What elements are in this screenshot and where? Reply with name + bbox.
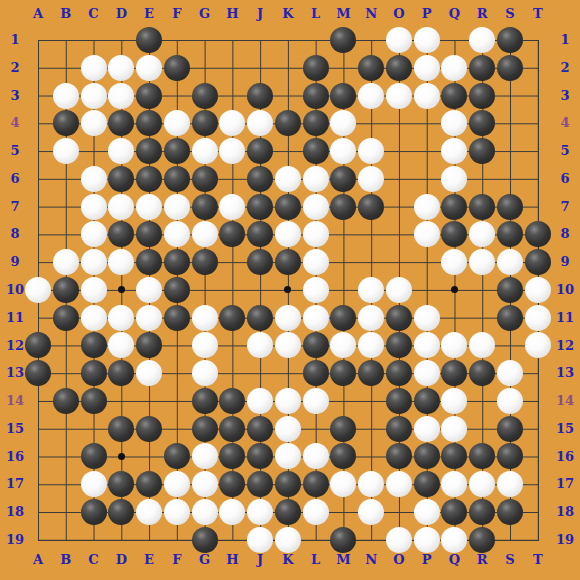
intersection-G14[interactable] (191, 387, 219, 415)
intersection-O7[interactable] (385, 193, 413, 221)
intersection-K19[interactable] (274, 526, 302, 554)
intersection-E3[interactable] (135, 82, 163, 110)
intersection-R19[interactable] (468, 526, 496, 554)
intersection-M19[interactable] (330, 526, 358, 554)
intersection-N6[interactable] (357, 165, 385, 193)
intersection-B15[interactable] (52, 415, 80, 443)
intersection-E6[interactable] (135, 165, 163, 193)
intersection-H11[interactable] (218, 304, 246, 332)
intersection-C3[interactable] (80, 82, 108, 110)
intersection-N18[interactable] (357, 498, 385, 526)
intersection-C15[interactable] (80, 415, 108, 443)
intersection-D7[interactable] (107, 193, 135, 221)
intersection-B7[interactable] (52, 193, 80, 221)
intersection-S8[interactable] (496, 220, 524, 248)
intersection-G10[interactable] (191, 276, 219, 304)
intersection-E15[interactable] (135, 415, 163, 443)
intersection-Q12[interactable] (441, 332, 469, 360)
intersection-F13[interactable] (163, 359, 191, 387)
intersection-A16[interactable] (24, 443, 52, 471)
intersection-N19[interactable] (357, 526, 385, 554)
intersection-P19[interactable] (413, 526, 441, 554)
intersection-S5[interactable] (496, 137, 524, 165)
intersection-J7[interactable] (246, 193, 274, 221)
intersection-F3[interactable] (163, 82, 191, 110)
intersection-B10[interactable] (52, 276, 80, 304)
intersection-G11[interactable] (191, 304, 219, 332)
intersection-F4[interactable] (163, 109, 191, 137)
intersection-G2[interactable] (191, 54, 219, 82)
intersection-L15[interactable] (302, 415, 330, 443)
intersection-T8[interactable] (524, 220, 552, 248)
intersection-G18[interactable] (191, 498, 219, 526)
intersection-C5[interactable] (80, 137, 108, 165)
intersection-T10[interactable] (524, 276, 552, 304)
intersection-F6[interactable] (163, 165, 191, 193)
intersection-N7[interactable] (357, 193, 385, 221)
intersection-H4[interactable] (218, 109, 246, 137)
intersection-J14[interactable] (246, 387, 274, 415)
intersection-D18[interactable] (107, 498, 135, 526)
intersection-C2[interactable] (80, 54, 108, 82)
intersection-O2[interactable] (385, 54, 413, 82)
intersection-Q2[interactable] (441, 54, 469, 82)
intersection-A18[interactable] (24, 498, 52, 526)
intersection-Q5[interactable] (441, 137, 469, 165)
intersection-S16[interactable] (496, 443, 524, 471)
intersection-D17[interactable] (107, 470, 135, 498)
intersection-Q9[interactable] (441, 248, 469, 276)
intersection-F2[interactable] (163, 54, 191, 82)
intersection-M10[interactable] (330, 276, 358, 304)
intersection-O3[interactable] (385, 82, 413, 110)
intersection-J10[interactable] (246, 276, 274, 304)
intersection-F9[interactable] (163, 248, 191, 276)
intersection-E8[interactable] (135, 220, 163, 248)
intersection-A19[interactable] (24, 526, 52, 554)
intersection-S17[interactable] (496, 470, 524, 498)
intersection-P8[interactable] (413, 220, 441, 248)
intersection-L8[interactable] (302, 220, 330, 248)
intersection-B1[interactable] (52, 26, 80, 54)
intersection-O15[interactable] (385, 415, 413, 443)
intersection-T12[interactable] (524, 332, 552, 360)
intersection-H18[interactable] (218, 498, 246, 526)
intersection-J5[interactable] (246, 137, 274, 165)
intersection-G17[interactable] (191, 470, 219, 498)
intersection-D10[interactable] (107, 276, 135, 304)
intersection-R15[interactable] (468, 415, 496, 443)
intersection-C16[interactable] (80, 443, 108, 471)
intersection-M3[interactable] (330, 82, 358, 110)
intersection-D11[interactable] (107, 304, 135, 332)
intersection-K14[interactable] (274, 387, 302, 415)
intersection-O1[interactable] (385, 26, 413, 54)
intersection-O6[interactable] (385, 165, 413, 193)
intersection-R11[interactable] (468, 304, 496, 332)
intersection-A6[interactable] (24, 165, 52, 193)
intersection-Q3[interactable] (441, 82, 469, 110)
intersection-J15[interactable] (246, 415, 274, 443)
intersection-O10[interactable] (385, 276, 413, 304)
intersection-M12[interactable] (330, 332, 358, 360)
intersection-M8[interactable] (330, 220, 358, 248)
intersection-C1[interactable] (80, 26, 108, 54)
intersection-R18[interactable] (468, 498, 496, 526)
intersection-N11[interactable] (357, 304, 385, 332)
intersection-T6[interactable] (524, 165, 552, 193)
intersection-A4[interactable] (24, 109, 52, 137)
intersection-J6[interactable] (246, 165, 274, 193)
intersection-C7[interactable] (80, 193, 108, 221)
intersection-O12[interactable] (385, 332, 413, 360)
intersection-K11[interactable] (274, 304, 302, 332)
intersection-T11[interactable] (524, 304, 552, 332)
intersection-F5[interactable] (163, 137, 191, 165)
intersection-H17[interactable] (218, 470, 246, 498)
intersection-B6[interactable] (52, 165, 80, 193)
intersection-R16[interactable] (468, 443, 496, 471)
intersection-K12[interactable] (274, 332, 302, 360)
intersection-R4[interactable] (468, 109, 496, 137)
intersection-B14[interactable] (52, 387, 80, 415)
intersection-M17[interactable] (330, 470, 358, 498)
intersection-E19[interactable] (135, 526, 163, 554)
intersection-A10[interactable] (24, 276, 52, 304)
intersection-D16[interactable] (107, 443, 135, 471)
intersection-J4[interactable] (246, 109, 274, 137)
intersection-H1[interactable] (218, 26, 246, 54)
intersection-P6[interactable] (413, 165, 441, 193)
intersection-S12[interactable] (496, 332, 524, 360)
intersection-G6[interactable] (191, 165, 219, 193)
intersection-Q18[interactable] (441, 498, 469, 526)
intersection-M9[interactable] (330, 248, 358, 276)
intersection-R10[interactable] (468, 276, 496, 304)
intersection-J3[interactable] (246, 82, 274, 110)
intersection-B8[interactable] (52, 220, 80, 248)
intersection-O17[interactable] (385, 470, 413, 498)
intersection-A3[interactable] (24, 82, 52, 110)
intersection-D2[interactable] (107, 54, 135, 82)
intersection-F19[interactable] (163, 526, 191, 554)
intersection-M4[interactable] (330, 109, 358, 137)
intersection-P17[interactable] (413, 470, 441, 498)
intersection-R2[interactable] (468, 54, 496, 82)
intersection-C8[interactable] (80, 220, 108, 248)
intersection-G3[interactable] (191, 82, 219, 110)
intersection-O11[interactable] (385, 304, 413, 332)
intersection-C4[interactable] (80, 109, 108, 137)
intersection-M16[interactable] (330, 443, 358, 471)
intersection-A14[interactable] (24, 387, 52, 415)
intersection-Q17[interactable] (441, 470, 469, 498)
intersection-N5[interactable] (357, 137, 385, 165)
intersection-N8[interactable] (357, 220, 385, 248)
intersection-R7[interactable] (468, 193, 496, 221)
intersection-D15[interactable] (107, 415, 135, 443)
intersection-A8[interactable] (24, 220, 52, 248)
intersection-L11[interactable] (302, 304, 330, 332)
intersection-E11[interactable] (135, 304, 163, 332)
intersection-T3[interactable] (524, 82, 552, 110)
intersection-E1[interactable] (135, 26, 163, 54)
intersection-D19[interactable] (107, 526, 135, 554)
intersection-L6[interactable] (302, 165, 330, 193)
intersection-O14[interactable] (385, 387, 413, 415)
intersection-F17[interactable] (163, 470, 191, 498)
intersection-D3[interactable] (107, 82, 135, 110)
intersection-E14[interactable] (135, 387, 163, 415)
intersection-C19[interactable] (80, 526, 108, 554)
intersection-M6[interactable] (330, 165, 358, 193)
intersection-O9[interactable] (385, 248, 413, 276)
intersection-T17[interactable] (524, 470, 552, 498)
intersection-H15[interactable] (218, 415, 246, 443)
intersection-J16[interactable] (246, 443, 274, 471)
intersection-K4[interactable] (274, 109, 302, 137)
intersection-D13[interactable] (107, 359, 135, 387)
intersection-K17[interactable] (274, 470, 302, 498)
intersection-D9[interactable] (107, 248, 135, 276)
intersection-F8[interactable] (163, 220, 191, 248)
intersection-G7[interactable] (191, 193, 219, 221)
intersection-S13[interactable] (496, 359, 524, 387)
intersection-B17[interactable] (52, 470, 80, 498)
intersection-E7[interactable] (135, 193, 163, 221)
intersection-K16[interactable] (274, 443, 302, 471)
intersection-T18[interactable] (524, 498, 552, 526)
intersection-E18[interactable] (135, 498, 163, 526)
intersection-A1[interactable] (24, 26, 52, 54)
intersection-P7[interactable] (413, 193, 441, 221)
intersection-D1[interactable] (107, 26, 135, 54)
intersection-L9[interactable] (302, 248, 330, 276)
intersection-A5[interactable] (24, 137, 52, 165)
intersection-H7[interactable] (218, 193, 246, 221)
intersection-E13[interactable] (135, 359, 163, 387)
intersection-A15[interactable] (24, 415, 52, 443)
intersection-F18[interactable] (163, 498, 191, 526)
intersection-G1[interactable] (191, 26, 219, 54)
intersection-S19[interactable] (496, 526, 524, 554)
intersection-P11[interactable] (413, 304, 441, 332)
intersection-Q6[interactable] (441, 165, 469, 193)
intersection-Q13[interactable] (441, 359, 469, 387)
intersection-Q4[interactable] (441, 109, 469, 137)
intersection-G19[interactable] (191, 526, 219, 554)
intersection-D6[interactable] (107, 165, 135, 193)
intersection-T15[interactable] (524, 415, 552, 443)
intersection-T4[interactable] (524, 109, 552, 137)
intersection-A12[interactable] (24, 332, 52, 360)
intersection-L3[interactable] (302, 82, 330, 110)
intersection-F16[interactable] (163, 443, 191, 471)
intersection-Q11[interactable] (441, 304, 469, 332)
intersection-L18[interactable] (302, 498, 330, 526)
intersection-J1[interactable] (246, 26, 274, 54)
intersection-G5[interactable] (191, 137, 219, 165)
intersection-K8[interactable] (274, 220, 302, 248)
intersection-R14[interactable] (468, 387, 496, 415)
intersection-A11[interactable] (24, 304, 52, 332)
intersection-D8[interactable] (107, 220, 135, 248)
intersection-S7[interactable] (496, 193, 524, 221)
intersection-F11[interactable] (163, 304, 191, 332)
intersection-L14[interactable] (302, 387, 330, 415)
intersection-G15[interactable] (191, 415, 219, 443)
intersection-B4[interactable] (52, 109, 80, 137)
intersection-L5[interactable] (302, 137, 330, 165)
intersection-F7[interactable] (163, 193, 191, 221)
intersection-N2[interactable] (357, 54, 385, 82)
intersection-H5[interactable] (218, 137, 246, 165)
intersection-E2[interactable] (135, 54, 163, 82)
intersection-D12[interactable] (107, 332, 135, 360)
intersection-B12[interactable] (52, 332, 80, 360)
intersection-N17[interactable] (357, 470, 385, 498)
intersection-P2[interactable] (413, 54, 441, 82)
intersection-C9[interactable] (80, 248, 108, 276)
intersection-S10[interactable] (496, 276, 524, 304)
intersection-M15[interactable] (330, 415, 358, 443)
intersection-G16[interactable] (191, 443, 219, 471)
intersection-B19[interactable] (52, 526, 80, 554)
intersection-F10[interactable] (163, 276, 191, 304)
intersection-K13[interactable] (274, 359, 302, 387)
intersection-B18[interactable] (52, 498, 80, 526)
intersection-Q16[interactable] (441, 443, 469, 471)
intersection-P5[interactable] (413, 137, 441, 165)
intersection-C17[interactable] (80, 470, 108, 498)
intersection-A2[interactable] (24, 54, 52, 82)
intersection-K7[interactable] (274, 193, 302, 221)
intersection-F1[interactable] (163, 26, 191, 54)
intersection-H8[interactable] (218, 220, 246, 248)
intersection-T7[interactable] (524, 193, 552, 221)
intersection-E12[interactable] (135, 332, 163, 360)
intersection-N15[interactable] (357, 415, 385, 443)
intersection-H13[interactable] (218, 359, 246, 387)
intersection-P4[interactable] (413, 109, 441, 137)
intersection-M18[interactable] (330, 498, 358, 526)
intersection-H12[interactable] (218, 332, 246, 360)
intersection-H3[interactable] (218, 82, 246, 110)
intersection-N3[interactable] (357, 82, 385, 110)
intersection-P10[interactable] (413, 276, 441, 304)
intersection-S15[interactable] (496, 415, 524, 443)
intersection-J18[interactable] (246, 498, 274, 526)
intersection-K5[interactable] (274, 137, 302, 165)
intersection-D5[interactable] (107, 137, 135, 165)
intersection-T16[interactable] (524, 443, 552, 471)
intersection-B3[interactable] (52, 82, 80, 110)
intersection-G9[interactable] (191, 248, 219, 276)
intersection-J8[interactable] (246, 220, 274, 248)
intersection-Q7[interactable] (441, 193, 469, 221)
intersection-T1[interactable] (524, 26, 552, 54)
intersection-P12[interactable] (413, 332, 441, 360)
intersection-T2[interactable] (524, 54, 552, 82)
intersection-C13[interactable] (80, 359, 108, 387)
intersection-N4[interactable] (357, 109, 385, 137)
intersection-S3[interactable] (496, 82, 524, 110)
intersection-S18[interactable] (496, 498, 524, 526)
intersection-K2[interactable] (274, 54, 302, 82)
intersection-B2[interactable] (52, 54, 80, 82)
intersection-D4[interactable] (107, 109, 135, 137)
intersection-E17[interactable] (135, 470, 163, 498)
intersection-R12[interactable] (468, 332, 496, 360)
intersection-N13[interactable] (357, 359, 385, 387)
intersection-N9[interactable] (357, 248, 385, 276)
intersection-S1[interactable] (496, 26, 524, 54)
intersection-H14[interactable] (218, 387, 246, 415)
intersection-Q10[interactable] (441, 276, 469, 304)
intersection-R17[interactable] (468, 470, 496, 498)
intersection-B13[interactable] (52, 359, 80, 387)
intersection-P15[interactable] (413, 415, 441, 443)
intersection-O16[interactable] (385, 443, 413, 471)
intersection-C10[interactable] (80, 276, 108, 304)
intersection-C6[interactable] (80, 165, 108, 193)
intersection-M7[interactable] (330, 193, 358, 221)
intersection-E16[interactable] (135, 443, 163, 471)
intersection-J13[interactable] (246, 359, 274, 387)
intersection-E4[interactable] (135, 109, 163, 137)
intersection-S6[interactable] (496, 165, 524, 193)
intersection-P3[interactable] (413, 82, 441, 110)
intersection-L2[interactable] (302, 54, 330, 82)
intersection-L19[interactable] (302, 526, 330, 554)
intersection-Q1[interactable] (441, 26, 469, 54)
intersection-F12[interactable] (163, 332, 191, 360)
intersection-K9[interactable] (274, 248, 302, 276)
intersection-B16[interactable] (52, 443, 80, 471)
intersection-B5[interactable] (52, 137, 80, 165)
intersection-J19[interactable] (246, 526, 274, 554)
intersection-M13[interactable] (330, 359, 358, 387)
intersection-O5[interactable] (385, 137, 413, 165)
intersection-N14[interactable] (357, 387, 385, 415)
intersection-J11[interactable] (246, 304, 274, 332)
intersection-N16[interactable] (357, 443, 385, 471)
intersection-K6[interactable] (274, 165, 302, 193)
intersection-Q14[interactable] (441, 387, 469, 415)
intersection-F14[interactable] (163, 387, 191, 415)
intersection-A17[interactable] (24, 470, 52, 498)
intersection-H6[interactable] (218, 165, 246, 193)
intersection-P13[interactable] (413, 359, 441, 387)
intersection-C11[interactable] (80, 304, 108, 332)
intersection-K18[interactable] (274, 498, 302, 526)
intersection-H2[interactable] (218, 54, 246, 82)
intersection-H10[interactable] (218, 276, 246, 304)
intersection-K10[interactable] (274, 276, 302, 304)
intersection-Q8[interactable] (441, 220, 469, 248)
intersection-G4[interactable] (191, 109, 219, 137)
intersection-L12[interactable] (302, 332, 330, 360)
intersection-F15[interactable] (163, 415, 191, 443)
intersection-P16[interactable] (413, 443, 441, 471)
intersection-L13[interactable] (302, 359, 330, 387)
intersection-N12[interactable] (357, 332, 385, 360)
intersection-L7[interactable] (302, 193, 330, 221)
intersection-H19[interactable] (218, 526, 246, 554)
intersection-R8[interactable] (468, 220, 496, 248)
intersection-O4[interactable] (385, 109, 413, 137)
intersection-L4[interactable] (302, 109, 330, 137)
